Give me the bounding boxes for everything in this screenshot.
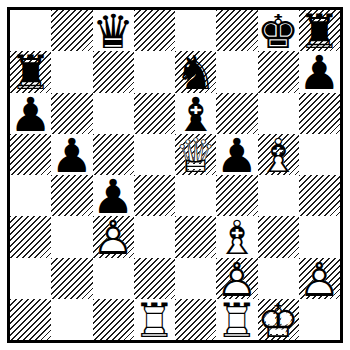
chess-diagram: ♛♚♜♜♞♟︎♟︎♝♟︎♛♕♟︎♝♗♟︎♟︎♙︎♝♗♟︎♙︎♟︎♙︎♜♖♜♖♚♔ (7, 7, 343, 343)
square-a6[interactable]: ♟︎ (10, 93, 51, 134)
piece-white-bishop-fill: ♝ (258, 135, 299, 176)
square-e5[interactable]: ♛♕ (175, 134, 216, 175)
square-b4[interactable] (51, 175, 92, 216)
square-e3[interactable] (175, 216, 216, 257)
piece-black-pawn: ♟︎ (10, 94, 51, 135)
square-h3[interactable] (299, 216, 340, 257)
square-b8[interactable] (51, 10, 92, 51)
square-c1[interactable] (93, 299, 134, 340)
square-c5[interactable] (93, 134, 134, 175)
square-c8[interactable]: ♛ (93, 10, 134, 51)
piece-white-bishop: ♗ (216, 217, 257, 258)
square-h5[interactable] (299, 134, 340, 175)
square-c3[interactable]: ♟︎♙︎ (93, 216, 134, 257)
square-a5[interactable] (10, 134, 51, 175)
square-a3[interactable] (10, 216, 51, 257)
piece-white-rook-fill: ♜ (134, 300, 175, 341)
square-a7[interactable]: ♜ (10, 51, 51, 92)
piece-white-king: ♔ (258, 300, 299, 341)
piece-black-pawn: ♟︎ (93, 176, 134, 217)
square-f7[interactable] (216, 51, 257, 92)
piece-black-queen: ♛ (93, 11, 134, 52)
piece-white-pawn: ♙︎ (93, 217, 134, 258)
square-d2[interactable] (134, 258, 175, 299)
square-a2[interactable] (10, 258, 51, 299)
square-g1[interactable]: ♚♔ (258, 299, 299, 340)
square-f4[interactable] (216, 175, 257, 216)
piece-white-bishop-fill: ♝ (216, 217, 257, 258)
piece-black-rook: ♜ (10, 52, 51, 93)
square-b7[interactable] (51, 51, 92, 92)
square-f8[interactable] (216, 10, 257, 51)
piece-white-rook: ♖ (134, 300, 175, 341)
square-d4[interactable] (134, 175, 175, 216)
square-d7[interactable] (134, 51, 175, 92)
square-h1[interactable] (299, 299, 340, 340)
square-b1[interactable] (51, 299, 92, 340)
piece-black-king: ♚ (258, 11, 299, 52)
square-g7[interactable] (258, 51, 299, 92)
square-h7[interactable]: ♟︎ (299, 51, 340, 92)
square-g6[interactable] (258, 93, 299, 134)
square-g4[interactable] (258, 175, 299, 216)
square-a8[interactable] (10, 10, 51, 51)
square-c6[interactable] (93, 93, 134, 134)
square-e2[interactable] (175, 258, 216, 299)
square-c4[interactable]: ♟︎ (93, 175, 134, 216)
square-f3[interactable]: ♝♗ (216, 216, 257, 257)
piece-white-queen: ♕ (175, 135, 216, 176)
piece-black-pawn: ♟︎ (51, 135, 92, 176)
piece-black-knight: ♞ (175, 52, 216, 93)
square-d1[interactable]: ♜♖ (134, 299, 175, 340)
square-e7[interactable]: ♞ (175, 51, 216, 92)
piece-black-pawn: ♟︎ (299, 52, 340, 93)
square-f2[interactable]: ♟︎♙︎ (216, 258, 257, 299)
square-c2[interactable] (93, 258, 134, 299)
square-h2[interactable]: ♟︎♙︎ (299, 258, 340, 299)
square-f1[interactable]: ♜♖ (216, 299, 257, 340)
square-d8[interactable] (134, 10, 175, 51)
square-d6[interactable] (134, 93, 175, 134)
piece-white-rook-fill: ♜ (216, 300, 257, 341)
piece-black-pawn: ♟︎ (216, 135, 257, 176)
square-b5[interactable]: ♟︎ (51, 134, 92, 175)
square-f5[interactable]: ♟︎ (216, 134, 257, 175)
square-f6[interactable] (216, 93, 257, 134)
piece-black-rook: ♜ (299, 11, 340, 52)
square-a1[interactable] (10, 299, 51, 340)
piece-white-king-fill: ♚ (258, 300, 299, 341)
chessboard: ♛♚♜♜♞♟︎♟︎♝♟︎♛♕♟︎♝♗♟︎♟︎♙︎♝♗♟︎♙︎♟︎♙︎♜♖♜♖♚♔ (10, 10, 340, 340)
piece-white-pawn-fill: ♟︎ (93, 217, 134, 258)
square-h8[interactable]: ♜ (299, 10, 340, 51)
piece-white-pawn: ♙︎ (299, 259, 340, 300)
square-d5[interactable] (134, 134, 175, 175)
square-b6[interactable] (51, 93, 92, 134)
piece-white-pawn-fill: ♟︎ (216, 259, 257, 300)
piece-white-pawn-fill: ♟︎ (299, 259, 340, 300)
square-a4[interactable] (10, 175, 51, 216)
piece-black-bishop: ♝ (175, 94, 216, 135)
square-d3[interactable] (134, 216, 175, 257)
square-h4[interactable] (299, 175, 340, 216)
square-g5[interactable]: ♝♗ (258, 134, 299, 175)
square-b2[interactable] (51, 258, 92, 299)
square-h6[interactable] (299, 93, 340, 134)
square-e6[interactable]: ♝ (175, 93, 216, 134)
piece-white-rook: ♖ (216, 300, 257, 341)
piece-white-bishop: ♗ (258, 135, 299, 176)
square-e1[interactable] (175, 299, 216, 340)
square-g2[interactable] (258, 258, 299, 299)
piece-white-queen-fill: ♛ (175, 135, 216, 176)
square-g8[interactable]: ♚ (258, 10, 299, 51)
square-c7[interactable] (93, 51, 134, 92)
square-e4[interactable] (175, 175, 216, 216)
square-g3[interactable] (258, 216, 299, 257)
square-b3[interactable] (51, 216, 92, 257)
piece-white-pawn: ♙︎ (216, 259, 257, 300)
square-e8[interactable] (175, 10, 216, 51)
